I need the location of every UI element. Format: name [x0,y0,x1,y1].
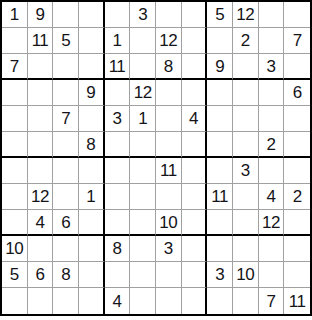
cell-r11c3[interactable]: 8 [53,262,79,288]
cell-r8c7[interactable] [156,184,182,210]
cell-r1c2[interactable]: 9 [28,2,54,28]
cell-r6c5[interactable] [105,132,131,158]
cell-r1c1[interactable]: 1 [2,2,28,28]
cell-r5c8[interactable]: 4 [182,106,208,132]
cell-r8c5[interactable] [105,184,131,210]
cell-r5c2[interactable] [28,106,54,132]
cell-r11c6[interactable] [130,262,156,288]
cell-r6c6[interactable] [130,132,156,158]
cell-r9c11[interactable]: 12 [259,210,285,236]
cell-r1c11[interactable] [259,2,285,28]
cell-r9c3[interactable]: 6 [53,210,79,236]
cell-r12c2[interactable] [28,288,54,314]
cell-r3c10[interactable] [233,54,259,80]
cell-r10c12[interactable] [284,236,310,262]
cell-r9c12[interactable] [284,210,310,236]
cell-r12c7[interactable] [156,288,182,314]
cell-r2c4[interactable] [79,28,105,54]
cell-r1c7[interactable] [156,2,182,28]
cell-r8c6[interactable] [130,184,156,210]
cell-r4c9[interactable] [207,80,233,106]
cell-r7c10[interactable]: 3 [233,158,259,184]
cell-r11c1[interactable]: 5 [2,262,28,288]
cell-r8c10[interactable] [233,184,259,210]
cell-r10c1[interactable]: 10 [2,236,28,262]
cell-r12c8[interactable] [182,288,208,314]
cell-r2c6[interactable] [130,28,156,54]
cell-r8c8[interactable] [182,184,208,210]
cell-r7c3[interactable] [53,158,79,184]
cell-r12c11[interactable]: 7 [259,288,285,314]
cell-r11c5[interactable] [105,262,131,288]
cell-r10c2[interactable] [28,236,54,262]
cell-r6c8[interactable] [182,132,208,158]
cell-r8c4[interactable]: 1 [79,184,105,210]
cell-r9c9[interactable] [207,210,233,236]
cell-r11c12[interactable] [284,262,310,288]
cell-r8c9[interactable]: 11 [207,184,233,210]
cell-r10c11[interactable] [259,236,285,262]
cell-r3c4[interactable] [79,54,105,80]
cell-r4c7[interactable] [156,80,182,106]
cell-r7c2[interactable] [28,158,54,184]
cell-r12c12[interactable]: 11 [284,288,310,314]
cell-r3c5[interactable]: 11 [105,54,131,80]
cell-r5c12[interactable] [284,106,310,132]
cell-r12c3[interactable] [53,288,79,314]
cell-r4c2[interactable] [28,80,54,106]
cell-r11c8[interactable] [182,262,208,288]
cell-r2c2[interactable]: 11 [28,28,54,54]
cell-r3c6[interactable] [130,54,156,80]
cell-r1c8[interactable] [182,2,208,28]
cell-r10c8[interactable] [182,236,208,262]
cell-r3c3[interactable] [53,54,79,80]
cell-r7c11[interactable] [259,158,285,184]
cell-r4c6[interactable]: 12 [130,80,156,106]
cell-r5c10[interactable] [233,106,259,132]
cell-r4c10[interactable] [233,80,259,106]
cell-r12c10[interactable] [233,288,259,314]
cell-r12c9[interactable] [207,288,233,314]
cell-r3c9[interactable]: 9 [207,54,233,80]
cell-r5c4[interactable] [79,106,105,132]
cell-r3c11[interactable]: 3 [259,54,285,80]
cell-r4c3[interactable] [53,80,79,106]
cell-r9c4[interactable] [79,210,105,236]
cell-r9c5[interactable] [105,210,131,236]
cell-r7c7[interactable]: 11 [156,158,182,184]
cell-r9c8[interactable] [182,210,208,236]
cell-r9c2[interactable]: 4 [28,210,54,236]
cell-r2c3[interactable]: 5 [53,28,79,54]
cell-r7c8[interactable] [182,158,208,184]
cell-r3c8[interactable] [182,54,208,80]
cell-r3c2[interactable] [28,54,54,80]
cell-r4c8[interactable] [182,80,208,106]
cell-r4c4[interactable]: 9 [79,80,105,106]
cell-r7c1[interactable] [2,158,28,184]
cell-r4c12[interactable]: 6 [284,80,310,106]
cell-r8c3[interactable] [53,184,79,210]
cell-r7c9[interactable] [207,158,233,184]
cell-r5c1[interactable] [2,106,28,132]
cell-r1c10[interactable]: 12 [233,2,259,28]
cell-r11c11[interactable] [259,262,285,288]
sudoku-board: 1935121151122771189391267314821131211142… [0,0,312,316]
cell-r8c11[interactable]: 4 [259,184,285,210]
cell-r1c12[interactable] [284,2,310,28]
cell-r7c12[interactable] [284,158,310,184]
cell-r10c5[interactable]: 8 [105,236,131,262]
cell-r12c6[interactable] [130,288,156,314]
cell-r7c5[interactable] [105,158,131,184]
cell-r11c4[interactable] [79,262,105,288]
cell-r2c9[interactable] [207,28,233,54]
cell-r6c4[interactable]: 8 [79,132,105,158]
cell-r6c9[interactable] [207,132,233,158]
cell-r2c10[interactable]: 2 [233,28,259,54]
cell-r9c6[interactable] [130,210,156,236]
cell-r2c11[interactable] [259,28,285,54]
cell-r3c12[interactable] [284,54,310,80]
cell-r1c3[interactable] [53,2,79,28]
cell-r6c7[interactable] [156,132,182,158]
cell-r6c3[interactable] [53,132,79,158]
cell-r6c10[interactable] [233,132,259,158]
cell-r2c12[interactable]: 7 [284,28,310,54]
cell-r1c9[interactable]: 5 [207,2,233,28]
cell-r10c4[interactable] [79,236,105,262]
cell-r3c7[interactable]: 8 [156,54,182,80]
cell-r8c12[interactable]: 2 [284,184,310,210]
cell-r2c7[interactable]: 12 [156,28,182,54]
cell-r11c2[interactable]: 6 [28,262,54,288]
cell-r5c5[interactable]: 3 [105,106,131,132]
cell-r10c7[interactable]: 3 [156,236,182,262]
cell-r10c3[interactable] [53,236,79,262]
cell-r10c9[interactable] [207,236,233,262]
cell-r4c5[interactable] [105,80,131,106]
cell-r4c11[interactable] [259,80,285,106]
cell-r5c9[interactable] [207,106,233,132]
cell-r7c6[interactable] [130,158,156,184]
cell-r9c10[interactable] [233,210,259,236]
cell-r12c1[interactable] [2,288,28,314]
cell-r2c5[interactable]: 1 [105,28,131,54]
cell-r11c9[interactable]: 3 [207,262,233,288]
cell-r5c7[interactable] [156,106,182,132]
cell-r8c2[interactable]: 12 [28,184,54,210]
cell-r2c1[interactable] [2,28,28,54]
cell-r1c6[interactable]: 3 [130,2,156,28]
cell-r6c2[interactable] [28,132,54,158]
cell-r5c6[interactable]: 1 [130,106,156,132]
cell-r10c6[interactable] [130,236,156,262]
cell-r9c7[interactable]: 10 [156,210,182,236]
cell-r1c4[interactable] [79,2,105,28]
cell-r4c1[interactable] [2,80,28,106]
cell-r6c11[interactable]: 2 [259,132,285,158]
cell-r11c7[interactable] [156,262,182,288]
cell-r6c12[interactable] [284,132,310,158]
cell-r5c3[interactable]: 7 [53,106,79,132]
cell-r11c10[interactable]: 10 [233,262,259,288]
cell-r8c1[interactable] [2,184,28,210]
cell-r12c5[interactable]: 4 [105,288,131,314]
cell-r9c1[interactable] [2,210,28,236]
cell-r1c5[interactable] [105,2,131,28]
cell-r5c11[interactable] [259,106,285,132]
cell-r10c10[interactable] [233,236,259,262]
cell-r6c1[interactable] [2,132,28,158]
cell-r7c4[interactable] [79,158,105,184]
cell-r2c8[interactable] [182,28,208,54]
cell-r12c4[interactable] [79,288,105,314]
cell-r3c1[interactable]: 7 [2,54,28,80]
